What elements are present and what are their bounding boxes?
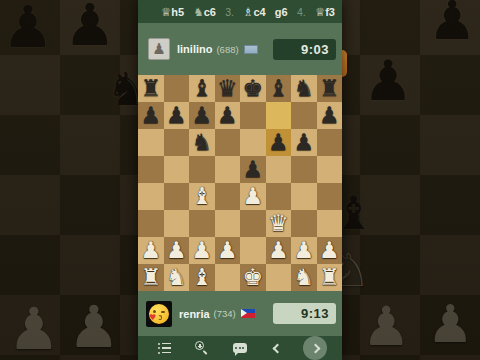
square-b3[interactable] <box>164 210 190 237</box>
top-player-clock: 9:03 <box>273 39 336 60</box>
chess-board: ♜♝♛♚♝♞♜♟♟♟♟♟♞♟♟♟♝♟♛♟♟♟♟♟♟♟♜♞♝♚♞♜ <box>138 75 342 291</box>
square-a7[interactable]: ♟ <box>138 102 164 129</box>
piece-white-bishop: ♝ <box>191 185 212 208</box>
piece-black-pawn: ♟ <box>293 131 314 154</box>
back-icon[interactable] <box>265 336 291 360</box>
square-f5[interactable] <box>266 156 292 183</box>
square-e7[interactable] <box>240 102 266 129</box>
piece-white-queen: ♛ <box>268 212 289 235</box>
square-b2[interactable]: ♟ <box>164 237 190 264</box>
square-e8[interactable]: ♚ <box>240 75 266 102</box>
moves-menu-icon[interactable] <box>152 336 178 360</box>
move-token[interactable]: ♕h5 <box>161 5 184 19</box>
square-g1[interactable]: ♞ <box>291 264 317 291</box>
square-f2[interactable]: ♟ <box>266 237 292 264</box>
piece-black-pawn: ♟ <box>319 104 340 127</box>
square-g3[interactable] <box>291 210 317 237</box>
piece-black-pawn: ♟ <box>140 104 161 127</box>
bottom-player-bar[interactable]: ♥ renria (734) 9:13 <box>138 291 342 336</box>
piece-white-king: ♚ <box>242 266 263 289</box>
top-player-flag-icon <box>244 45 258 54</box>
move-number: 3. <box>225 6 234 18</box>
square-e6[interactable] <box>240 129 266 156</box>
piece-black-pawn: ♟ <box>191 104 212 127</box>
square-g2[interactable]: ♟ <box>291 237 317 264</box>
square-c1[interactable]: ♝ <box>189 264 215 291</box>
square-g7[interactable] <box>291 102 317 129</box>
square-f4[interactable] <box>266 183 292 210</box>
piece-white-rook: ♜ <box>319 266 340 289</box>
square-h6[interactable] <box>317 129 343 156</box>
square-a3[interactable] <box>138 210 164 237</box>
piece-white-pawn: ♟ <box>191 239 212 262</box>
move-number: 4. <box>297 6 306 18</box>
chess-app-panel: ♕h5♞c63.♗c4g64.♕f3 ♟ linilino (688) 9:03… <box>138 0 342 360</box>
square-d2[interactable]: ♟ <box>215 237 241 264</box>
square-a5[interactable] <box>138 156 164 183</box>
square-g4[interactable] <box>291 183 317 210</box>
square-f1[interactable] <box>266 264 292 291</box>
analysis-zoom-icon[interactable] <box>189 336 215 360</box>
piece-black-king: ♚ <box>242 77 263 100</box>
square-c6[interactable]: ♞ <box>189 129 215 156</box>
square-e4[interactable]: ♟ <box>240 183 266 210</box>
square-c5[interactable] <box>189 156 215 183</box>
bottom-player-flag-icon <box>241 309 255 318</box>
piece-white-knight: ♞ <box>166 266 187 289</box>
piece-black-knight: ♞ <box>191 131 212 154</box>
top-player-rating: (688) <box>216 44 238 55</box>
square-f6[interactable]: ♟ <box>266 129 292 156</box>
square-d1[interactable] <box>215 264 241 291</box>
square-a4[interactable] <box>138 183 164 210</box>
square-c4[interactable]: ♝ <box>189 183 215 210</box>
square-d6[interactable] <box>215 129 241 156</box>
square-f7[interactable] <box>266 102 292 129</box>
square-d3[interactable] <box>215 210 241 237</box>
square-b4[interactable] <box>164 183 190 210</box>
square-h8[interactable]: ♜ <box>317 75 343 102</box>
square-a6[interactable] <box>138 129 164 156</box>
piece-black-knight: ♞ <box>293 77 314 100</box>
piece-black-rook: ♜ <box>140 77 161 100</box>
top-player-bar[interactable]: ♟ linilino (688) 9:03 <box>138 23 342 75</box>
square-h3[interactable] <box>317 210 343 237</box>
chat-icon[interactable] <box>227 336 253 360</box>
square-g8[interactable]: ♞ <box>291 75 317 102</box>
move-token[interactable]: ♗c4 <box>243 5 266 19</box>
move-token[interactable]: g6 <box>275 6 288 18</box>
square-d8[interactable]: ♛ <box>215 75 241 102</box>
square-a8[interactable]: ♜ <box>138 75 164 102</box>
piece-white-pawn: ♟ <box>140 239 161 262</box>
bottom-player-clock: 9:13 <box>273 303 336 324</box>
piece-white-bishop: ♝ <box>191 266 212 289</box>
piece-white-pawn: ♟ <box>319 239 340 262</box>
forward-icon[interactable] <box>302 336 328 360</box>
piece-white-pawn: ♟ <box>166 239 187 262</box>
piece-black-queen: ♛ <box>217 77 238 100</box>
bottom-player-rating: (734) <box>214 308 236 319</box>
square-b7[interactable]: ♟ <box>164 102 190 129</box>
square-b6[interactable] <box>164 129 190 156</box>
piece-black-pawn: ♟ <box>217 104 238 127</box>
square-c3[interactable] <box>189 210 215 237</box>
bottom-player-avatar[interactable]: ♥ <box>146 301 172 327</box>
square-f3[interactable]: ♛ <box>266 210 292 237</box>
square-b5[interactable] <box>164 156 190 183</box>
square-d5[interactable] <box>215 156 241 183</box>
figurine-icon: ♗ <box>243 5 253 19</box>
square-h5[interactable] <box>317 156 343 183</box>
square-d7[interactable]: ♟ <box>215 102 241 129</box>
square-b8[interactable] <box>164 75 190 102</box>
piece-white-rook: ♜ <box>140 266 161 289</box>
square-f8[interactable]: ♝ <box>266 75 292 102</box>
piece-white-pawn: ♟ <box>268 239 289 262</box>
figurine-icon: ♕ <box>315 5 325 19</box>
move-token[interactable]: ♕f3 <box>315 5 335 19</box>
bottom-toolbar <box>138 336 342 360</box>
piece-black-rook: ♜ <box>319 77 340 100</box>
kiss-emoji-icon: ♥ <box>149 304 169 324</box>
piece-black-pawn: ♟ <box>242 158 263 181</box>
square-e2[interactable] <box>240 237 266 264</box>
piece-black-pawn: ♟ <box>166 104 187 127</box>
top-player-name[interactable]: linilino <box>177 43 212 55</box>
piece-white-knight: ♞ <box>293 266 314 289</box>
piece-white-pawn: ♟ <box>242 185 263 208</box>
square-g5[interactable] <box>291 156 317 183</box>
square-a1[interactable]: ♜ <box>138 264 164 291</box>
top-player-avatar[interactable]: ♟ <box>148 38 170 60</box>
square-e1[interactable]: ♚ <box>240 264 266 291</box>
square-h1[interactable]: ♜ <box>317 264 343 291</box>
move-token[interactable]: ♞c6 <box>193 5 216 19</box>
square-a2[interactable]: ♟ <box>138 237 164 264</box>
piece-black-bishop: ♝ <box>191 77 212 100</box>
square-e5[interactable]: ♟ <box>240 156 266 183</box>
square-h4[interactable] <box>317 183 343 210</box>
square-h7[interactable]: ♟ <box>317 102 343 129</box>
piece-black-bishop: ♝ <box>268 77 289 100</box>
square-c7[interactable]: ♟ <box>189 102 215 129</box>
square-g6[interactable]: ♟ <box>291 129 317 156</box>
move-list-bar: ♕h5♞c63.♗c4g64.♕f3 <box>138 0 342 23</box>
square-c8[interactable]: ♝ <box>189 75 215 102</box>
figurine-icon: ♕ <box>161 5 171 19</box>
piece-white-pawn: ♟ <box>217 239 238 262</box>
square-b1[interactable]: ♞ <box>164 264 190 291</box>
piece-black-pawn: ♟ <box>268 131 289 154</box>
piece-white-pawn: ♟ <box>293 239 314 262</box>
square-d4[interactable] <box>215 183 241 210</box>
square-e3[interactable] <box>240 210 266 237</box>
figurine-icon: ♞ <box>193 5 203 19</box>
square-c2[interactable]: ♟ <box>189 237 215 264</box>
square-h2[interactable]: ♟ <box>317 237 343 264</box>
bottom-player-name[interactable]: renria <box>179 308 210 320</box>
